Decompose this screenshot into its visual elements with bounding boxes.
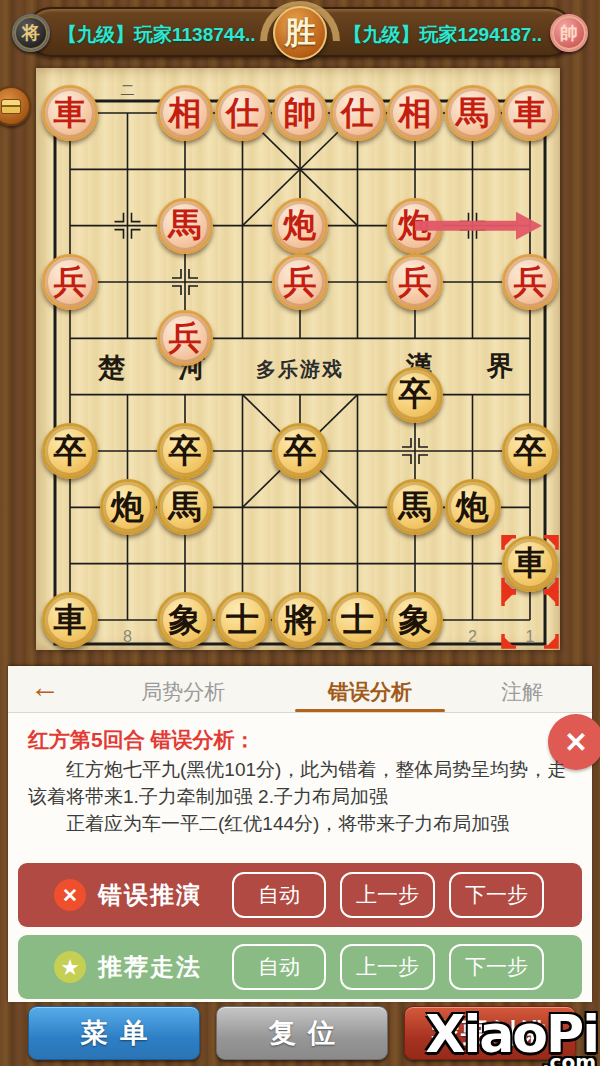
analysis-paragraph-2: 正着应为车一平二(红优144分)，将带来子力布局加强 — [28, 810, 568, 837]
left-player-name: 【九级】玩家1138744.. — [58, 22, 255, 48]
red-side-icon: 帥 — [550, 14, 588, 52]
analysis-title: 红方第5回合 错误分析： — [28, 726, 256, 754]
tab-mistake-analysis[interactable]: 错误分析 — [328, 678, 412, 706]
recommended-auto-button[interactable]: 自动 — [232, 944, 326, 990]
piece-red-帥-5-1[interactable]: 帥 — [272, 85, 328, 141]
tab-annotation[interactable]: 注解 — [501, 678, 543, 706]
piece-red-兵-9-4[interactable]: 兵 — [502, 254, 558, 310]
piece-black-馬-3-8[interactable]: 馬 — [157, 479, 213, 535]
piece-black-炮-2-8[interactable]: 炮 — [100, 479, 156, 535]
file-label-1: 1 — [526, 628, 535, 646]
active-tab-underline — [295, 709, 445, 712]
file-label-二: 二 — [121, 82, 135, 100]
reset-button[interactable]: 复位 — [216, 1006, 388, 1060]
black-general-glyph: 将 — [22, 21, 40, 45]
piece-red-兵-1-4[interactable]: 兵 — [42, 254, 98, 310]
report-error-button[interactable]: 我要纠错 — [404, 1006, 576, 1060]
piece-black-卒-7-6[interactable]: 卒 — [387, 367, 443, 423]
right-player-name: 【九级】玩家1294187.. — [343, 22, 542, 48]
piece-black-炮-8-8[interactable]: 炮 — [445, 479, 501, 535]
mistake-next-step-button[interactable]: 下一步 — [449, 872, 544, 918]
piece-black-士-4-10[interactable]: 士 — [215, 592, 271, 648]
piece-black-士-6-10[interactable]: 士 — [330, 592, 386, 648]
back-arrow-button[interactable]: ← — [30, 670, 60, 704]
piece-black-卒-1-7[interactable]: 卒 — [42, 423, 98, 479]
treasure-chest-button[interactable] — [0, 86, 31, 126]
mistake-x-icon: ✕ — [54, 879, 86, 911]
piece-red-兵-3-5[interactable]: 兵 — [157, 310, 213, 366]
piece-red-車-1-1[interactable]: 車 — [42, 85, 98, 141]
recommended-next-step-button[interactable]: 下一步 — [449, 944, 544, 990]
piece-red-馬-3-3[interactable]: 馬 — [157, 198, 213, 254]
mistake-auto-button[interactable]: 自动 — [232, 872, 326, 918]
recommended-prev-step-button[interactable]: 上一步 — [340, 944, 435, 990]
mistake-prev-step-button[interactable]: 上一步 — [340, 872, 435, 918]
menu-button[interactable]: 菜单 — [28, 1006, 200, 1060]
app-watermark-duole: 多乐游戏 — [256, 356, 344, 383]
tab-situation-analysis[interactable]: 局势分析 — [141, 678, 225, 706]
piece-red-兵-7-4[interactable]: 兵 — [387, 254, 443, 310]
recommended-star-icon: ★ — [54, 951, 86, 983]
piece-black-馬-7-8[interactable]: 馬 — [387, 479, 443, 535]
piece-red-馬-8-1[interactable]: 馬 — [445, 85, 501, 141]
black-side-icon: 将 — [12, 14, 50, 52]
piece-red-仕-6-1[interactable]: 仕 — [330, 85, 386, 141]
piece-black-車-9-9[interactable]: 車 — [502, 536, 558, 592]
piece-black-卒-5-7[interactable]: 卒 — [272, 423, 328, 479]
close-icon: ✕ — [564, 726, 587, 759]
piece-black-卒-9-7[interactable]: 卒 — [502, 423, 558, 479]
result-badge: 胜 — [273, 6, 327, 60]
piece-black-象-7-10[interactable]: 象 — [387, 592, 443, 648]
piece-black-象-3-10[interactable]: 象 — [157, 592, 213, 648]
piece-red-炮-5-3[interactable]: 炮 — [272, 198, 328, 254]
piece-red-兵-5-4[interactable]: 兵 — [272, 254, 328, 310]
recommended-move-row: ★ 推荐走法 自动 上一步 下一步 — [18, 935, 582, 999]
analysis-paragraph-1: 红方炮七平九(黑优101分)，此为错着，整体局势呈均势，走该着将带来1.子力牵制… — [28, 756, 568, 810]
file-label-8: 8 — [123, 628, 132, 646]
piece-red-仕-4-1[interactable]: 仕 — [215, 85, 271, 141]
piece-black-將-5-10[interactable]: 將 — [272, 592, 328, 648]
piece-red-炮-7-3[interactable]: 炮 — [387, 198, 443, 254]
analysis-body: 红方炮七平九(黑优101分)，此为错着，整体局势呈均势，走该着将带来1.子力牵制… — [28, 756, 568, 837]
piece-red-車-9-1[interactable]: 車 — [502, 85, 558, 141]
piece-red-相-7-1[interactable]: 相 — [387, 85, 443, 141]
analysis-tabbar: ← 局势分析 错误分析 注解 — [8, 666, 592, 713]
recommended-move-label: 推荐走法 — [98, 951, 202, 983]
piece-black-卒-3-7[interactable]: 卒 — [157, 423, 213, 479]
red-general-glyph: 帥 — [560, 21, 578, 45]
xiangqi-analysis-screen: { "game": "xiangqi", "position": "R1BAKA… — [0, 0, 600, 1066]
mistake-replay-label: 错误推演 — [98, 879, 202, 911]
analysis-panel: ← 局势分析 错误分析 注解 ✕ 红方第5回合 错误分析： 红方炮七平九(黑优1… — [8, 666, 592, 1002]
piece-black-車-1-10[interactable]: 車 — [42, 592, 98, 648]
chest-icon — [1, 99, 21, 114]
file-label-2: 2 — [468, 628, 477, 646]
mistake-replay-row: ✕ 错误推演 自动 上一步 下一步 — [18, 863, 582, 927]
piece-red-相-3-1[interactable]: 相 — [157, 85, 213, 141]
